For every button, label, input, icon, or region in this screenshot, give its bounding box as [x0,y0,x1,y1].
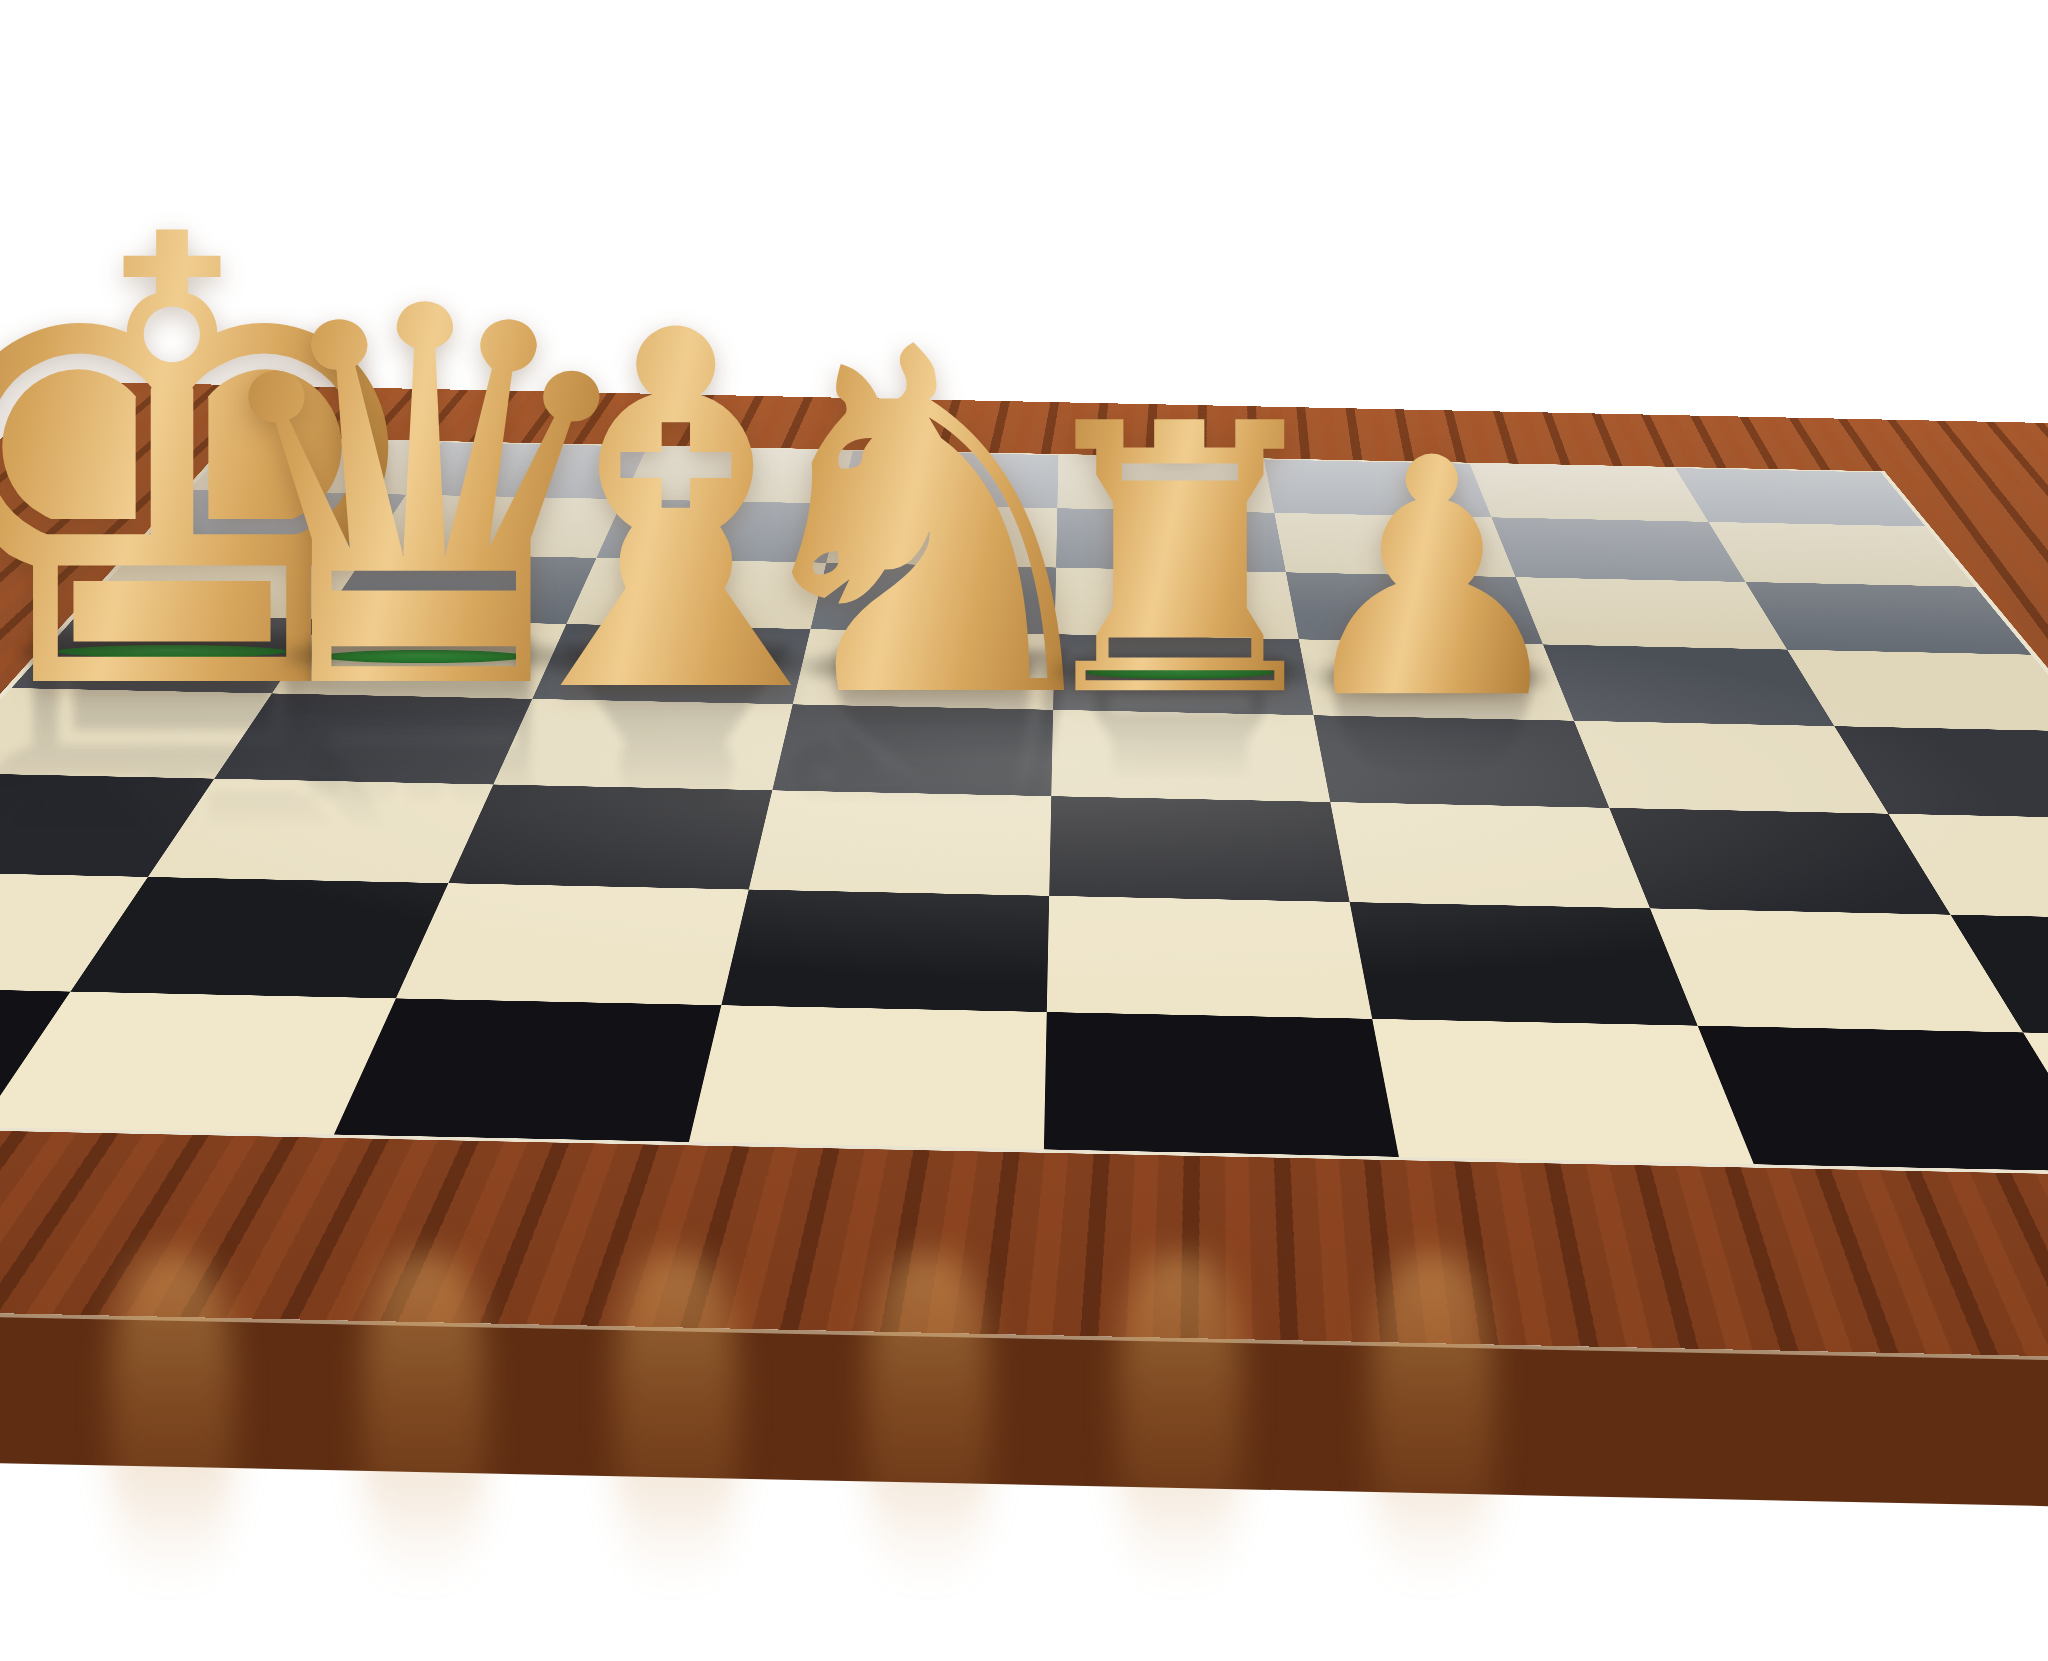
pieces-layer: ♚♚♛♛♝♝♞♞♜♜♟♟ [0,0,2048,1661]
knight-border-reflection [866,1255,990,1585]
rook-border-reflection [1118,1255,1242,1585]
white-pawn-piece: ♟ [1268,416,1596,744]
pawn-glyph: ♟ [1285,389,1579,770]
king-border-reflection [110,1255,234,1585]
bishop-border-reflection [614,1255,738,1585]
chess-set-photo: ♚♚♛♛♝♝♞♞♜♜♟♟ [0,0,2048,1661]
queen-border-reflection [362,1255,486,1585]
pawn-border-reflection [1370,1255,1494,1585]
